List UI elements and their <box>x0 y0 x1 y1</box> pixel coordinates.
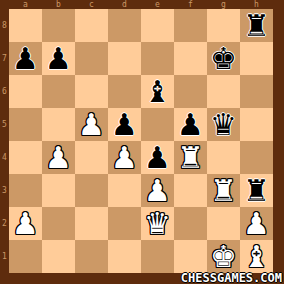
square-b7[interactable]: ♟ <box>42 42 75 75</box>
square-h4[interactable] <box>240 141 273 174</box>
square-a5[interactable] <box>9 108 42 141</box>
rank-label-6: 6 <box>0 75 9 108</box>
square-f5[interactable]: ♟ <box>174 108 207 141</box>
black-rook-icon: ♜ <box>243 174 270 207</box>
black-queen-icon: ♛ <box>210 108 237 141</box>
square-c5[interactable]: ♟ <box>75 108 108 141</box>
square-g3[interactable]: ♜ <box>207 174 240 207</box>
white-pawn-icon: ♟ <box>243 207 270 240</box>
square-b6[interactable] <box>42 75 75 108</box>
square-h3[interactable]: ♜ <box>240 174 273 207</box>
black-pawn-icon: ♟ <box>45 42 72 75</box>
square-g5[interactable]: ♛ <box>207 108 240 141</box>
square-d6[interactable] <box>108 75 141 108</box>
file-label-f: f <box>174 0 207 9</box>
square-b2[interactable] <box>42 207 75 240</box>
square-h8[interactable]: ♜ <box>240 9 273 42</box>
square-c6[interactable] <box>75 75 108 108</box>
file-label-h: h <box>240 0 273 9</box>
black-pawn-icon: ♟ <box>12 42 39 75</box>
square-g8[interactable] <box>207 9 240 42</box>
square-e7[interactable] <box>141 42 174 75</box>
rank-label-3: 3 <box>0 174 9 207</box>
square-a6[interactable] <box>9 75 42 108</box>
file-label-c: c <box>75 0 108 9</box>
square-d3[interactable] <box>108 174 141 207</box>
square-g7[interactable]: ♚ <box>207 42 240 75</box>
file-label-d: d <box>108 0 141 9</box>
square-e3[interactable]: ♟ <box>141 174 174 207</box>
white-queen-icon: ♛ <box>144 207 171 240</box>
file-label-a: a <box>9 0 42 9</box>
square-c1[interactable] <box>75 240 108 273</box>
square-g2[interactable] <box>207 207 240 240</box>
rank-label-5: 5 <box>0 108 9 141</box>
chess-board: ♜♟♟♚♝♟♟♟♛♟♟♟♜♟♜♜♟♛♟♚♝ <box>9 9 273 273</box>
white-rook-icon: ♜ <box>177 141 204 174</box>
white-rook-icon: ♜ <box>210 174 237 207</box>
square-f3[interactable] <box>174 174 207 207</box>
square-a8[interactable] <box>9 9 42 42</box>
chess-diagram: abcdefgh 87654321 ♜♟♟♚♝♟♟♟♛♟♟♟♜♟♜♜♟♛♟♚♝ … <box>0 0 284 284</box>
square-c8[interactable] <box>75 9 108 42</box>
square-d2[interactable] <box>108 207 141 240</box>
rank-label-2: 2 <box>0 207 9 240</box>
square-a2[interactable]: ♟ <box>9 207 42 240</box>
square-b3[interactable] <box>42 174 75 207</box>
square-d4[interactable]: ♟ <box>108 141 141 174</box>
square-f1[interactable] <box>174 240 207 273</box>
square-c7[interactable] <box>75 42 108 75</box>
black-pawn-icon: ♟ <box>177 108 204 141</box>
white-pawn-icon: ♟ <box>111 141 138 174</box>
white-pawn-icon: ♟ <box>144 174 171 207</box>
file-label-g: g <box>207 0 240 9</box>
square-f7[interactable] <box>174 42 207 75</box>
file-label-e: e <box>141 0 174 9</box>
chessgames-watermark-link[interactable]: CHESSGAMES.COM <box>181 271 282 284</box>
white-pawn-icon: ♟ <box>45 141 72 174</box>
square-b8[interactable] <box>42 9 75 42</box>
square-d5[interactable]: ♟ <box>108 108 141 141</box>
square-c4[interactable] <box>75 141 108 174</box>
square-e2[interactable]: ♛ <box>141 207 174 240</box>
square-f2[interactable] <box>174 207 207 240</box>
square-e6[interactable]: ♝ <box>141 75 174 108</box>
square-h5[interactable] <box>240 108 273 141</box>
square-g4[interactable] <box>207 141 240 174</box>
square-d7[interactable] <box>108 42 141 75</box>
white-pawn-icon: ♟ <box>12 207 39 240</box>
file-labels: abcdefgh <box>9 0 273 9</box>
rank-label-4: 4 <box>0 141 9 174</box>
square-b5[interactable] <box>42 108 75 141</box>
square-h7[interactable] <box>240 42 273 75</box>
white-bishop-icon: ♝ <box>243 240 270 273</box>
square-a4[interactable] <box>9 141 42 174</box>
rank-label-7: 7 <box>0 42 9 75</box>
square-e4[interactable]: ♟ <box>141 141 174 174</box>
square-c3[interactable] <box>75 174 108 207</box>
rank-labels: 87654321 <box>0 9 9 273</box>
square-a7[interactable]: ♟ <box>9 42 42 75</box>
square-f6[interactable] <box>174 75 207 108</box>
square-b1[interactable] <box>42 240 75 273</box>
square-h1[interactable]: ♝ <box>240 240 273 273</box>
white-pawn-icon: ♟ <box>78 108 105 141</box>
square-b4[interactable]: ♟ <box>42 141 75 174</box>
square-e1[interactable] <box>141 240 174 273</box>
rank-label-8: 8 <box>0 9 9 42</box>
square-h6[interactable] <box>240 75 273 108</box>
square-d1[interactable] <box>108 240 141 273</box>
square-f8[interactable] <box>174 9 207 42</box>
square-a1[interactable] <box>9 240 42 273</box>
black-pawn-icon: ♟ <box>111 108 138 141</box>
square-f4[interactable]: ♜ <box>174 141 207 174</box>
square-c2[interactable] <box>75 207 108 240</box>
white-king-icon: ♚ <box>210 240 237 273</box>
square-e5[interactable] <box>141 108 174 141</box>
black-king-icon: ♚ <box>210 42 237 75</box>
file-label-b: b <box>42 0 75 9</box>
square-g6[interactable] <box>207 75 240 108</box>
square-e8[interactable] <box>141 9 174 42</box>
black-pawn-icon: ♟ <box>144 141 171 174</box>
square-h2[interactable]: ♟ <box>240 207 273 240</box>
square-d8[interactable] <box>108 9 141 42</box>
black-bishop-icon: ♝ <box>144 75 171 108</box>
square-a3[interactable] <box>9 174 42 207</box>
square-g1[interactable]: ♚ <box>207 240 240 273</box>
black-rook-icon: ♜ <box>243 9 270 42</box>
rank-label-1: 1 <box>0 240 9 273</box>
